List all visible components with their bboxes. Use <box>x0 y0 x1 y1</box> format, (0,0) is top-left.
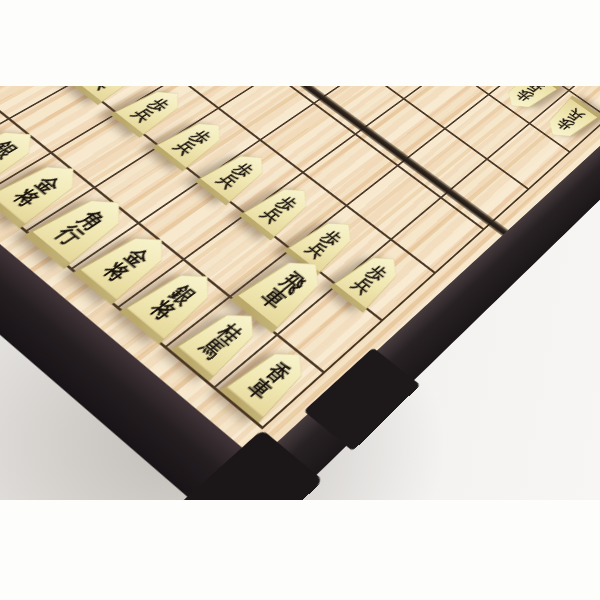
piece-kanji: 歩兵 <box>214 161 257 192</box>
piece-kanji: 歩兵 <box>258 194 300 226</box>
piece-kanji: 飛車 <box>257 270 309 312</box>
piece-kanji: 桂馬 <box>195 321 246 362</box>
piece-kanji: 香車 <box>244 360 294 403</box>
piece-kanji: 歩兵 <box>349 263 390 297</box>
piece-kanji: 歩兵 <box>303 228 345 261</box>
piece-kanji: 金将 <box>99 245 153 285</box>
product-photo-stage: 歩兵歩兵歩兵歩兵歩兵歩兵歩兵歩兵歩兵飛車銀将金将角行金将銀将桂馬香車 <box>0 0 600 600</box>
piece-kanji: 角行 <box>52 208 110 248</box>
photo-area: 歩兵歩兵歩兵歩兵歩兵歩兵歩兵歩兵歩兵飛車銀将金将角行金将銀将桂馬香車 <box>0 86 600 500</box>
piece-kanji: 銀将 <box>0 138 21 173</box>
piece-kanji: 銀将 <box>146 282 200 324</box>
piece-kanji: 歩兵 <box>129 96 172 124</box>
piece-kanji: 金将 <box>9 173 64 210</box>
piece-kanji: 歩兵 <box>514 86 546 103</box>
piece-kanji: 歩兵 <box>555 107 586 133</box>
piece-kanji: 歩兵 <box>171 128 214 157</box>
